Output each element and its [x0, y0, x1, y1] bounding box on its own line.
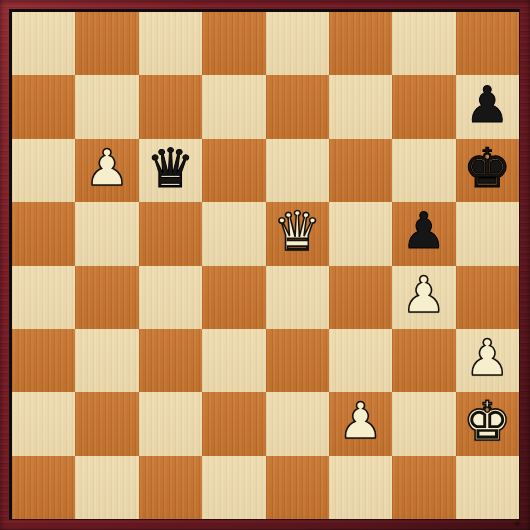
square-h7[interactable]: ♟	[456, 75, 519, 138]
square-g3[interactable]	[392, 329, 455, 392]
square-c6[interactable]: ♛	[139, 139, 202, 202]
square-h5[interactable]	[456, 202, 519, 265]
square-a5[interactable]	[12, 202, 75, 265]
square-f4[interactable]	[329, 266, 392, 329]
square-c1[interactable]	[139, 456, 202, 519]
square-c3[interactable]	[139, 329, 202, 392]
square-b4[interactable]	[75, 266, 138, 329]
square-e2[interactable]	[266, 392, 329, 455]
square-e3[interactable]	[266, 329, 329, 392]
square-f3[interactable]	[329, 329, 392, 392]
square-h6[interactable]: ♚	[456, 139, 519, 202]
square-b5[interactable]	[75, 202, 138, 265]
square-d6[interactable]	[202, 139, 265, 202]
square-b2[interactable]	[75, 392, 138, 455]
square-f1[interactable]	[329, 456, 392, 519]
black-pawn[interactable]: ♟	[465, 74, 510, 137]
square-d7[interactable]	[202, 75, 265, 138]
chess-board: ♟♟♛♚♛♟♟♟♟♚	[9, 9, 520, 520]
square-h3[interactable]: ♟	[456, 329, 519, 392]
board-frame: ♟♟♛♚♛♟♟♟♟♚	[0, 0, 530, 530]
square-d4[interactable]	[202, 266, 265, 329]
square-a1[interactable]	[12, 456, 75, 519]
square-b6[interactable]: ♟	[75, 139, 138, 202]
square-f6[interactable]	[329, 139, 392, 202]
square-b7[interactable]	[75, 75, 138, 138]
square-e6[interactable]	[266, 139, 329, 202]
square-f8[interactable]	[329, 12, 392, 75]
square-a2[interactable]	[12, 392, 75, 455]
square-c8[interactable]	[139, 12, 202, 75]
square-a6[interactable]	[12, 139, 75, 202]
square-h4[interactable]	[456, 266, 519, 329]
white-queen[interactable]: ♛	[273, 200, 321, 263]
square-g2[interactable]	[392, 392, 455, 455]
white-pawn[interactable]: ♟	[338, 390, 383, 453]
square-d5[interactable]	[202, 202, 265, 265]
square-d3[interactable]	[202, 329, 265, 392]
square-d2[interactable]	[202, 392, 265, 455]
frame-watermark	[513, 520, 522, 527]
square-g5[interactable]: ♟	[392, 202, 455, 265]
square-a8[interactable]	[12, 12, 75, 75]
square-g6[interactable]	[392, 139, 455, 202]
square-e4[interactable]	[266, 266, 329, 329]
square-a3[interactable]	[12, 329, 75, 392]
square-g1[interactable]	[392, 456, 455, 519]
square-b1[interactable]	[75, 456, 138, 519]
square-f2[interactable]: ♟	[329, 392, 392, 455]
square-e5[interactable]: ♛	[266, 202, 329, 265]
square-c2[interactable]	[139, 392, 202, 455]
square-h2[interactable]: ♚	[456, 392, 519, 455]
black-king[interactable]: ♚	[463, 137, 511, 200]
black-queen[interactable]: ♛	[146, 137, 194, 200]
square-b8[interactable]	[75, 12, 138, 75]
square-e8[interactable]	[266, 12, 329, 75]
square-g4[interactable]: ♟	[392, 266, 455, 329]
square-c7[interactable]	[139, 75, 202, 138]
white-pawn[interactable]: ♟	[85, 137, 130, 200]
square-h1[interactable]	[456, 456, 519, 519]
square-f5[interactable]	[329, 202, 392, 265]
square-a4[interactable]	[12, 266, 75, 329]
square-e1[interactable]	[266, 456, 329, 519]
square-g8[interactable]	[392, 12, 455, 75]
white-pawn[interactable]: ♟	[465, 327, 510, 390]
white-king[interactable]: ♚	[463, 390, 511, 453]
white-pawn[interactable]: ♟	[402, 264, 447, 327]
square-c5[interactable]	[139, 202, 202, 265]
square-h8[interactable]	[456, 12, 519, 75]
square-d1[interactable]	[202, 456, 265, 519]
square-a7[interactable]	[12, 75, 75, 138]
square-e7[interactable]	[266, 75, 329, 138]
square-f7[interactable]	[329, 75, 392, 138]
square-c4[interactable]	[139, 266, 202, 329]
square-b3[interactable]	[75, 329, 138, 392]
black-pawn[interactable]: ♟	[402, 200, 447, 263]
square-g7[interactable]	[392, 75, 455, 138]
square-d8[interactable]	[202, 12, 265, 75]
